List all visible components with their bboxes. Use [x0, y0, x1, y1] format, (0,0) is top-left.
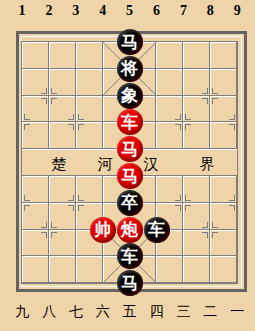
point-marker	[14, 195, 30, 211]
point-marker	[14, 114, 30, 130]
file-label-bottom-7: 三	[170, 303, 196, 321]
point-marker	[229, 114, 245, 130]
file-label-top-1: 1	[9, 3, 35, 19]
black-general[interactable]: 将	[117, 56, 143, 82]
point-marker	[41, 88, 57, 104]
file-label-bottom-1: 九	[9, 303, 35, 321]
point-marker	[175, 114, 191, 130]
black-horse[interactable]: 马	[117, 29, 143, 55]
red-general[interactable]: 帅	[90, 217, 116, 243]
file-label-top-3: 3	[63, 3, 89, 19]
point-marker	[202, 222, 218, 238]
river-label-4: 界	[194, 155, 220, 174]
file-label-top-7: 7	[170, 3, 196, 19]
file-label-top-6: 6	[144, 3, 170, 19]
file-label-bottom-4: 六	[90, 303, 116, 321]
black-horse[interactable]: 马	[117, 270, 143, 296]
file-label-bottom-5: 五	[117, 303, 143, 321]
file-label-bottom-3: 七	[63, 303, 89, 321]
black-soldier[interactable]: 卒	[117, 190, 143, 216]
red-cannon[interactable]: 炮	[117, 217, 143, 243]
file-label-top-4: 4	[90, 3, 116, 19]
xiangqi-board-diagram: 123456789 楚河汉界 马将象车马马卒帅炮车车马 九八七六五四三二一	[0, 0, 255, 331]
point-marker	[175, 195, 191, 211]
file-label-bottom-2: 八	[36, 303, 62, 321]
file-label-bottom-6: 四	[144, 303, 170, 321]
river-label-2: 河	[92, 155, 118, 174]
point-marker	[68, 114, 84, 130]
file-label-top-9: 9	[224, 3, 250, 19]
black-chariot[interactable]: 车	[144, 217, 170, 243]
file-label-bottom-8: 二	[197, 303, 223, 321]
red-horse[interactable]: 马	[117, 163, 143, 189]
red-chariot[interactable]: 车	[117, 109, 143, 135]
file-label-top-2: 2	[36, 3, 62, 19]
point-marker	[202, 88, 218, 104]
red-horse[interactable]: 马	[117, 136, 143, 162]
black-elephant[interactable]: 象	[117, 83, 143, 109]
point-marker	[68, 195, 84, 211]
river-label-1: 楚	[46, 155, 72, 174]
file-label-top-8: 8	[197, 3, 223, 19]
black-chariot[interactable]: 车	[117, 243, 143, 269]
point-marker	[41, 222, 57, 238]
point-marker	[229, 195, 245, 211]
file-label-bottom-9: 一	[224, 303, 250, 321]
file-label-top-5: 5	[117, 3, 143, 19]
